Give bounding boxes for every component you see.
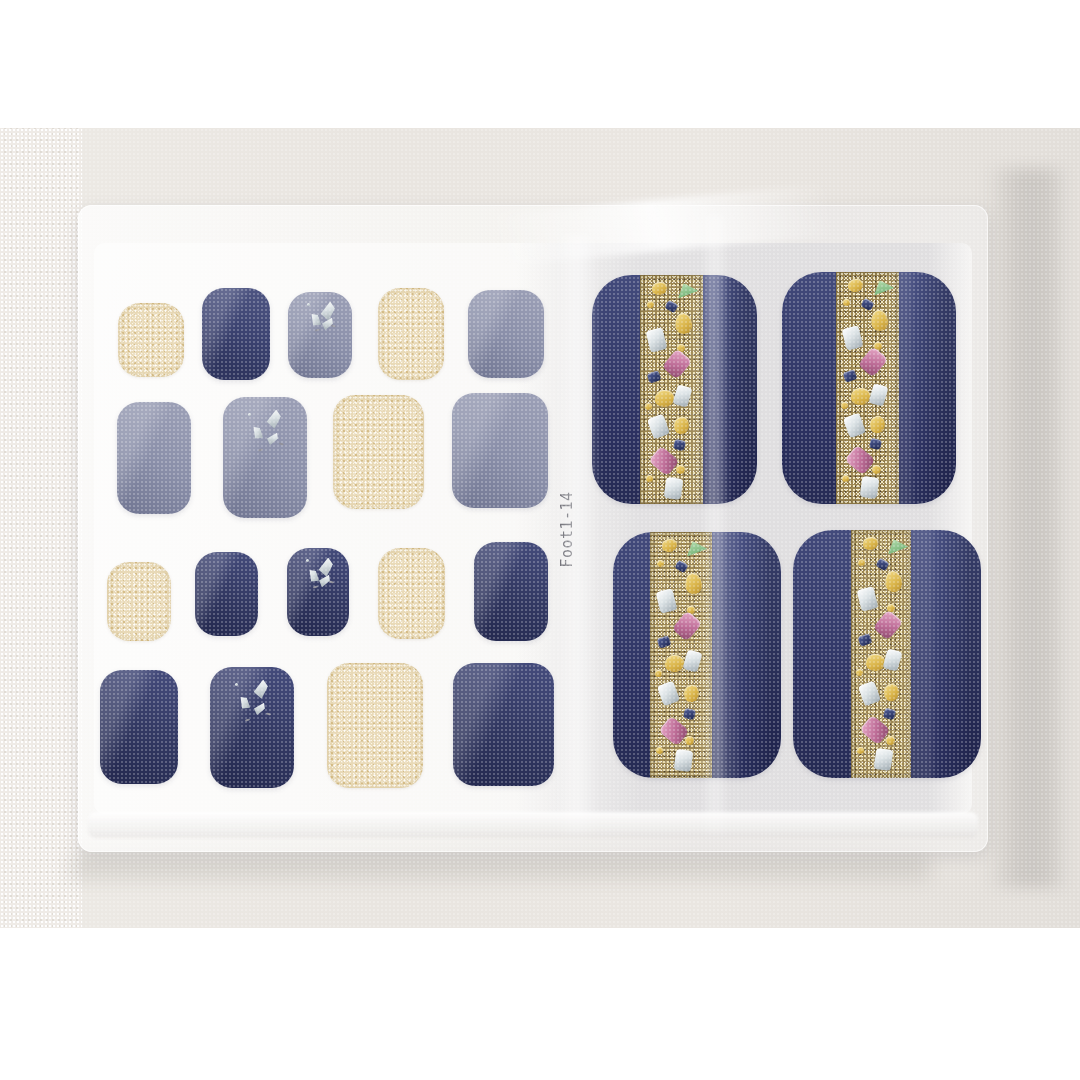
sleeve-bottom-fold — [88, 812, 978, 838]
pear-gem-gold — [683, 571, 703, 594]
blob-gem-gold — [849, 386, 871, 407]
nail-sticker-r3c4 — [378, 548, 445, 639]
speck-gem-gray — [245, 718, 250, 721]
dot-gem-gold — [677, 344, 685, 352]
rect-gem-silver — [858, 680, 881, 706]
rect-gem-silver — [673, 749, 693, 772]
nail-sticker-r3c3 — [287, 548, 349, 636]
blob-gem-gold — [882, 683, 900, 702]
rect-gem-silver — [857, 587, 879, 612]
nail-sticker-big-bottom-2 — [793, 530, 981, 778]
speck-gem-silver — [307, 303, 310, 306]
blob-gem-gold — [663, 653, 685, 674]
nail-sticker-r4c4 — [453, 663, 554, 786]
nail-sticker-r2c4 — [452, 393, 548, 508]
nail-sticker-r4c3 — [327, 663, 423, 788]
blob-gem-gold — [662, 539, 677, 552]
photo-canvas: Foot1-14 — [0, 0, 1080, 1080]
dot-gem-gold — [858, 559, 865, 566]
rect-gem-silver — [842, 325, 864, 350]
tri-gem-green — [678, 283, 699, 301]
speck-gem-gray — [328, 581, 333, 585]
dot-gem-gold — [856, 669, 863, 676]
diamond-gem-pink — [672, 611, 703, 642]
tri-gem-green — [687, 541, 708, 559]
rect-gem-silver — [657, 681, 680, 707]
nail-sticker-big-top-1 — [592, 275, 757, 504]
diamond-gem-pink — [648, 446, 679, 477]
plastic-sleeve: Foot1-14 — [78, 205, 988, 852]
speck-gem-silver — [235, 683, 238, 686]
nail-sticker-r2c1 — [117, 402, 191, 514]
nail-sticker-r1c2 — [202, 288, 270, 380]
speck-gem-silver — [306, 559, 309, 562]
dot-gem-gold — [843, 299, 850, 306]
dot-gem-gold — [676, 465, 685, 474]
chip-gem-blue — [665, 300, 679, 313]
chip-gem-blue — [861, 298, 875, 311]
blob-gem-gold — [672, 416, 690, 435]
blob-gem-gold — [682, 683, 700, 702]
shard-gem-silver — [307, 311, 322, 328]
tri-gem-green — [888, 539, 909, 557]
dot-gem-gold — [857, 747, 864, 754]
dot-gem-gold — [685, 736, 694, 745]
shard-gem-silver — [249, 425, 264, 442]
chip-gem-blue — [675, 559, 689, 572]
nail-sticker-big-top-2 — [782, 272, 956, 504]
dot-gem-gold — [646, 475, 653, 482]
speck-gem-gray — [258, 448, 263, 451]
blob-gem-gold — [863, 537, 878, 550]
nail-sticker-big-bottom-1 — [613, 532, 781, 778]
dot-gem-gold — [645, 403, 652, 410]
rect-gem-silver — [664, 477, 684, 500]
blob-gem-gold — [868, 415, 886, 434]
speck-gem-gray — [279, 442, 284, 446]
chip-gem-blue — [673, 439, 686, 451]
shard-gem-silver — [264, 408, 282, 430]
product-code-label: Foot1-14 — [558, 475, 577, 585]
blob-gem-gold — [848, 279, 863, 292]
gem-glitter-band — [650, 532, 712, 778]
nail-sticker-r1c1 — [118, 303, 184, 377]
pear-gem-gold — [870, 309, 890, 332]
diamond-gem-pink — [872, 609, 903, 640]
dot-gem-gold — [872, 465, 881, 474]
dot-gem-gold — [687, 606, 695, 614]
rect-gem-silver — [647, 414, 670, 440]
dot-gem-gold — [647, 301, 654, 308]
nail-sticker-r3c1 — [107, 562, 171, 641]
diamond-gem-pink — [662, 348, 693, 379]
chip-gem-blue — [875, 558, 889, 571]
gem-glitter-band — [836, 272, 899, 504]
diamond-gem-pink — [658, 716, 689, 747]
nail-sticker-r2c3 — [333, 395, 424, 509]
rect-gem-silver — [672, 384, 692, 407]
shard-gem-silver — [319, 299, 337, 321]
shard-gem-silver — [251, 678, 269, 700]
pear-gem-gold — [884, 570, 904, 593]
chip-gem-blue — [858, 634, 873, 647]
gem-glitter-band — [851, 530, 911, 778]
rect-gem-silver — [656, 588, 678, 613]
shard-gem-silver — [317, 555, 335, 577]
speck-gem-gray — [331, 324, 336, 328]
shard-gem-silver — [305, 568, 320, 585]
nail-sticker-r3c2 — [195, 552, 258, 636]
dot-gem-gold — [842, 475, 849, 482]
nail-sticker-r1c4 — [378, 288, 444, 380]
tri-gem-green — [874, 280, 895, 298]
nail-sticker-r1c3 — [288, 292, 352, 378]
diamond-gem-pink — [858, 346, 889, 377]
diamond-gem-pink — [859, 715, 890, 746]
package-shadow-bottom — [70, 854, 930, 880]
product-photo: Foot1-14 — [0, 128, 1080, 928]
pear-gem-gold — [674, 312, 694, 335]
rect-gem-silver — [869, 383, 889, 406]
blob-gem-gold — [864, 652, 886, 673]
rect-gem-silver — [860, 476, 880, 499]
dot-gem-gold — [874, 342, 882, 350]
chip-gem-blue — [883, 708, 896, 720]
chip-gem-blue — [843, 369, 858, 382]
speck-gem-gray — [313, 585, 318, 588]
chip-gem-blue — [683, 708, 696, 720]
nail-sticker-r3c5 — [474, 542, 548, 641]
rect-gem-silver — [874, 748, 894, 771]
chip-gem-blue — [869, 438, 882, 450]
chip-gem-blue — [647, 371, 662, 384]
gem-glitter-band — [640, 275, 703, 504]
dot-gem-gold — [657, 560, 664, 567]
blob-gem-gold — [653, 388, 675, 409]
dot-gem-gold — [886, 736, 895, 745]
speck-gem-silver — [248, 413, 251, 416]
fabric-texture-left — [0, 128, 82, 928]
diamond-gem-pink — [844, 445, 875, 476]
dot-gem-gold — [841, 402, 848, 409]
chip-gem-blue — [657, 635, 672, 648]
nail-sticker-r4c1 — [100, 670, 178, 784]
dot-gem-gold — [887, 604, 895, 612]
fabric-shadow-right — [985, 168, 1070, 888]
nail-sticker-r1c5 — [468, 290, 544, 378]
dot-gem-gold — [656, 747, 663, 754]
rect-gem-silver — [882, 649, 902, 672]
dot-gem-gold — [655, 670, 662, 677]
shard-gem-silver — [236, 695, 251, 712]
blob-gem-gold — [652, 282, 667, 295]
nail-sticker-r2c2 — [223, 397, 307, 518]
speck-gem-gray — [266, 712, 271, 716]
speck-gem-gray — [315, 328, 320, 331]
nail-sticker-r4c2 — [210, 667, 294, 788]
rect-gem-silver — [843, 412, 866, 438]
rect-gem-silver — [646, 327, 668, 352]
rect-gem-silver — [682, 650, 702, 673]
